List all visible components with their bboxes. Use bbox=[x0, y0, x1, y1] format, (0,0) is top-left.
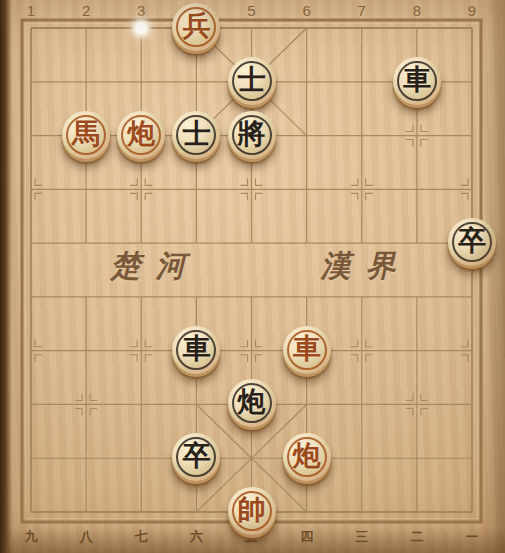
piece-red-chariot[interactable]: 車 bbox=[283, 326, 331, 374]
file-label-bottom-6: 四 bbox=[300, 528, 313, 546]
file-label-top-6: 6 bbox=[302, 2, 310, 19]
piece-black-cannon[interactable]: 炮 bbox=[228, 379, 276, 427]
piece-glyph: 車 bbox=[403, 66, 431, 94]
last-move-indicator bbox=[136, 23, 147, 34]
board-right-edge bbox=[485, 0, 505, 553]
file-label-top-9: 9 bbox=[468, 2, 476, 19]
piece-glyph: 炮 bbox=[238, 388, 266, 416]
file-label-top-3: 3 bbox=[137, 2, 145, 19]
piece-black-general[interactable]: 將 bbox=[228, 111, 276, 159]
piece-red-general[interactable]: 帥 bbox=[228, 487, 276, 535]
file-label-top-2: 2 bbox=[82, 2, 90, 19]
board-left-edge bbox=[0, 0, 12, 553]
piece-glyph: 卒 bbox=[458, 227, 486, 255]
piece-black-advisor[interactable]: 士 bbox=[172, 111, 220, 159]
xiangqi-board: 楚河 漢界 123456789 九八七六五四三二一 兵士車馬炮士將卒車車炮卒炮帥 bbox=[0, 0, 505, 553]
file-label-top-8: 8 bbox=[413, 2, 421, 19]
piece-black-chariot[interactable]: 車 bbox=[393, 57, 441, 105]
file-label-bottom-7: 三 bbox=[355, 528, 368, 546]
file-label-bottom-9: 一 bbox=[466, 528, 479, 546]
piece-red-cannon[interactable]: 炮 bbox=[117, 111, 165, 159]
river-label-chu: 楚河 bbox=[104, 251, 201, 281]
river-label-han: 漢界 bbox=[314, 251, 411, 281]
file-label-bottom-1: 九 bbox=[25, 528, 38, 546]
file-label-bottom-8: 二 bbox=[410, 528, 423, 546]
piece-black-chariot[interactable]: 車 bbox=[172, 326, 220, 374]
file-label-top-5: 5 bbox=[247, 2, 255, 19]
piece-glyph: 炮 bbox=[293, 442, 321, 470]
piece-black-soldier[interactable]: 卒 bbox=[172, 433, 220, 481]
piece-red-cannon[interactable]: 炮 bbox=[283, 433, 331, 481]
piece-black-soldier[interactable]: 卒 bbox=[448, 218, 496, 266]
file-label-bottom-2: 八 bbox=[80, 528, 93, 546]
file-label-top-7: 7 bbox=[358, 2, 366, 19]
piece-glyph: 車 bbox=[182, 335, 210, 363]
piece-glyph: 士 bbox=[238, 66, 266, 94]
piece-red-soldier[interactable]: 兵 bbox=[172, 3, 220, 51]
piece-red-horse[interactable]: 馬 bbox=[62, 111, 110, 159]
piece-glyph: 炮 bbox=[127, 120, 155, 148]
piece-glyph: 將 bbox=[238, 120, 266, 148]
piece-glyph: 車 bbox=[293, 335, 321, 363]
piece-black-advisor[interactable]: 士 bbox=[228, 57, 276, 105]
piece-glyph: 士 bbox=[182, 120, 210, 148]
piece-glyph: 馬 bbox=[72, 120, 100, 148]
piece-glyph: 卒 bbox=[182, 442, 210, 470]
file-label-top-1: 1 bbox=[27, 2, 35, 19]
piece-glyph: 兵 bbox=[182, 12, 210, 40]
file-label-bottom-3: 七 bbox=[135, 528, 148, 546]
piece-glyph: 帥 bbox=[238, 496, 266, 524]
file-label-bottom-4: 六 bbox=[190, 528, 203, 546]
